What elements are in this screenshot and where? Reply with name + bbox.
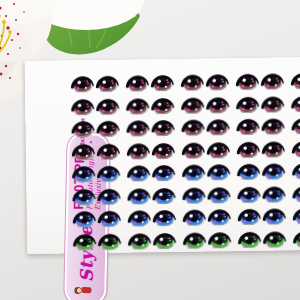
brown-eye-sticker [236,140,260,158]
brown-eye-sticker [96,142,120,160]
blue-eye-sticker [182,208,206,226]
blue-eye-sticker [262,207,286,225]
green-eye-sticker [152,231,176,249]
blue-eye-sticker [96,165,120,183]
eye-row [71,162,300,183]
blue-eye-sticker [261,162,285,180]
green-eye-sticker [207,231,231,249]
brown-eye-sticker [125,74,149,92]
brown-eye-sticker [95,120,119,138]
blue-eye-sticker [206,163,230,181]
brown-eye-sticker [70,98,94,116]
brown-eye-sticker [70,120,94,138]
brown-eye-sticker [180,73,204,91]
brown-eye-sticker [235,95,259,113]
eye-row [72,229,300,250]
brown-eye-sticker [290,94,300,112]
blue-eye-sticker [126,187,150,205]
blue-eye-sticker [72,210,96,228]
blue-eye-sticker [236,185,260,203]
eye-row [70,117,300,138]
blue-eye-sticker [181,186,205,204]
brown-eye-sticker [260,72,284,90]
blue-eye-sticker [126,164,150,182]
blue-eye-sticker [292,207,300,225]
brown-eye-sticker [261,140,285,158]
green-eye-sticker [262,230,286,248]
brown-eye-sticker [125,119,149,137]
blue-eye-sticker [261,185,285,203]
photo-backdrop: Stylier R107/PP 7,0x8,0mm Produto Origin… [0,0,300,300]
sticker-sheet: Stylier R107/PP 7,0x8,0mm Produto Origin… [25,57,300,254]
eye-row [71,139,300,160]
green-eye-sticker [72,232,96,250]
brown-eye-sticker [95,75,119,93]
green-eye-sticker [127,232,151,250]
eye-row [71,184,300,205]
mascot-doll-icon [74,286,96,295]
blue-eye-sticker [291,184,300,202]
brown-eye-sticker [150,119,174,137]
green-eye-sticker [97,232,121,250]
blue-eye-sticker [236,163,260,181]
brown-eye-sticker [291,139,300,157]
brown-eye-sticker [260,95,284,113]
brown-eye-sticker [205,96,229,114]
blue-eye-sticker [207,208,231,226]
brown-eye-sticker [235,118,259,136]
brown-eye-sticker [150,74,174,92]
blue-eye-sticker [237,208,261,226]
brown-eye-sticker [70,75,94,93]
brown-eye-sticker [126,142,150,160]
eye-row [70,94,300,115]
blue-eye-sticker [151,164,175,182]
brown-eye-sticker [180,118,204,136]
brown-eye-sticker [206,141,230,159]
eye-sticker-grid [70,72,300,255]
brown-eye-sticker [205,118,229,136]
blue-eye-sticker [206,186,230,204]
blue-eye-sticker [127,209,151,227]
blue-eye-sticker [71,165,95,183]
blue-eye-sticker [291,162,300,180]
blue-eye-sticker [181,163,205,181]
brown-eye-sticker [95,97,119,115]
brown-eye-sticker [290,72,300,90]
blue-eye-sticker [96,187,120,205]
brown-eye-sticker [235,73,259,91]
green-eye-sticker [292,229,300,247]
brown-eye-sticker [205,73,229,91]
blue-eye-sticker [71,188,95,206]
green-eye-sticker [182,231,206,249]
brown-eye-sticker [125,97,149,115]
brown-eye-sticker [260,117,284,135]
brown-eye-sticker [290,117,300,135]
brown-eye-sticker [181,141,205,159]
blue-eye-sticker [152,209,176,227]
blue-eye-sticker [151,186,175,204]
eye-row [72,207,300,228]
blue-eye-sticker [97,210,121,228]
brown-eye-sticker [71,143,95,161]
eye-row [70,72,300,93]
brown-eye-sticker [180,96,204,114]
brown-eye-sticker [151,141,175,159]
brown-eye-sticker [150,96,174,114]
green-eye-sticker [237,230,261,248]
